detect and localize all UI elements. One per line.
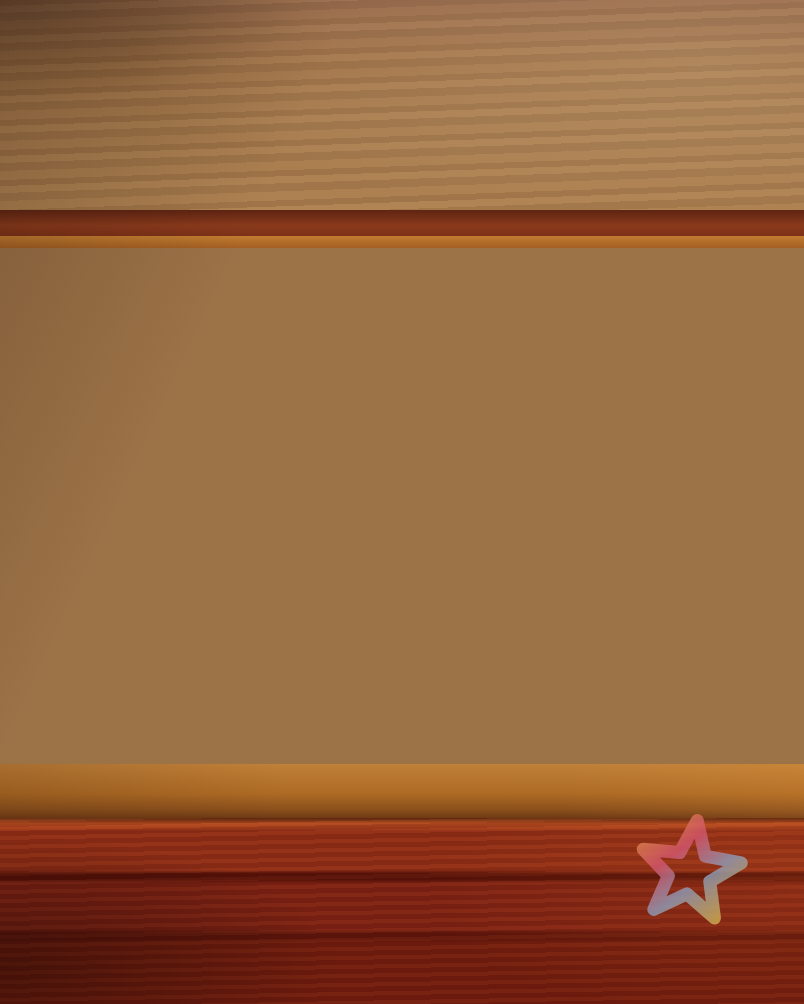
watermark [558,812,804,936]
board-near-border [0,764,804,818]
table-far-edge [0,210,804,238]
background-wood-wall [0,0,804,212]
scene [0,0,804,1004]
star-icon [630,812,750,932]
board-far-border [0,236,804,248]
